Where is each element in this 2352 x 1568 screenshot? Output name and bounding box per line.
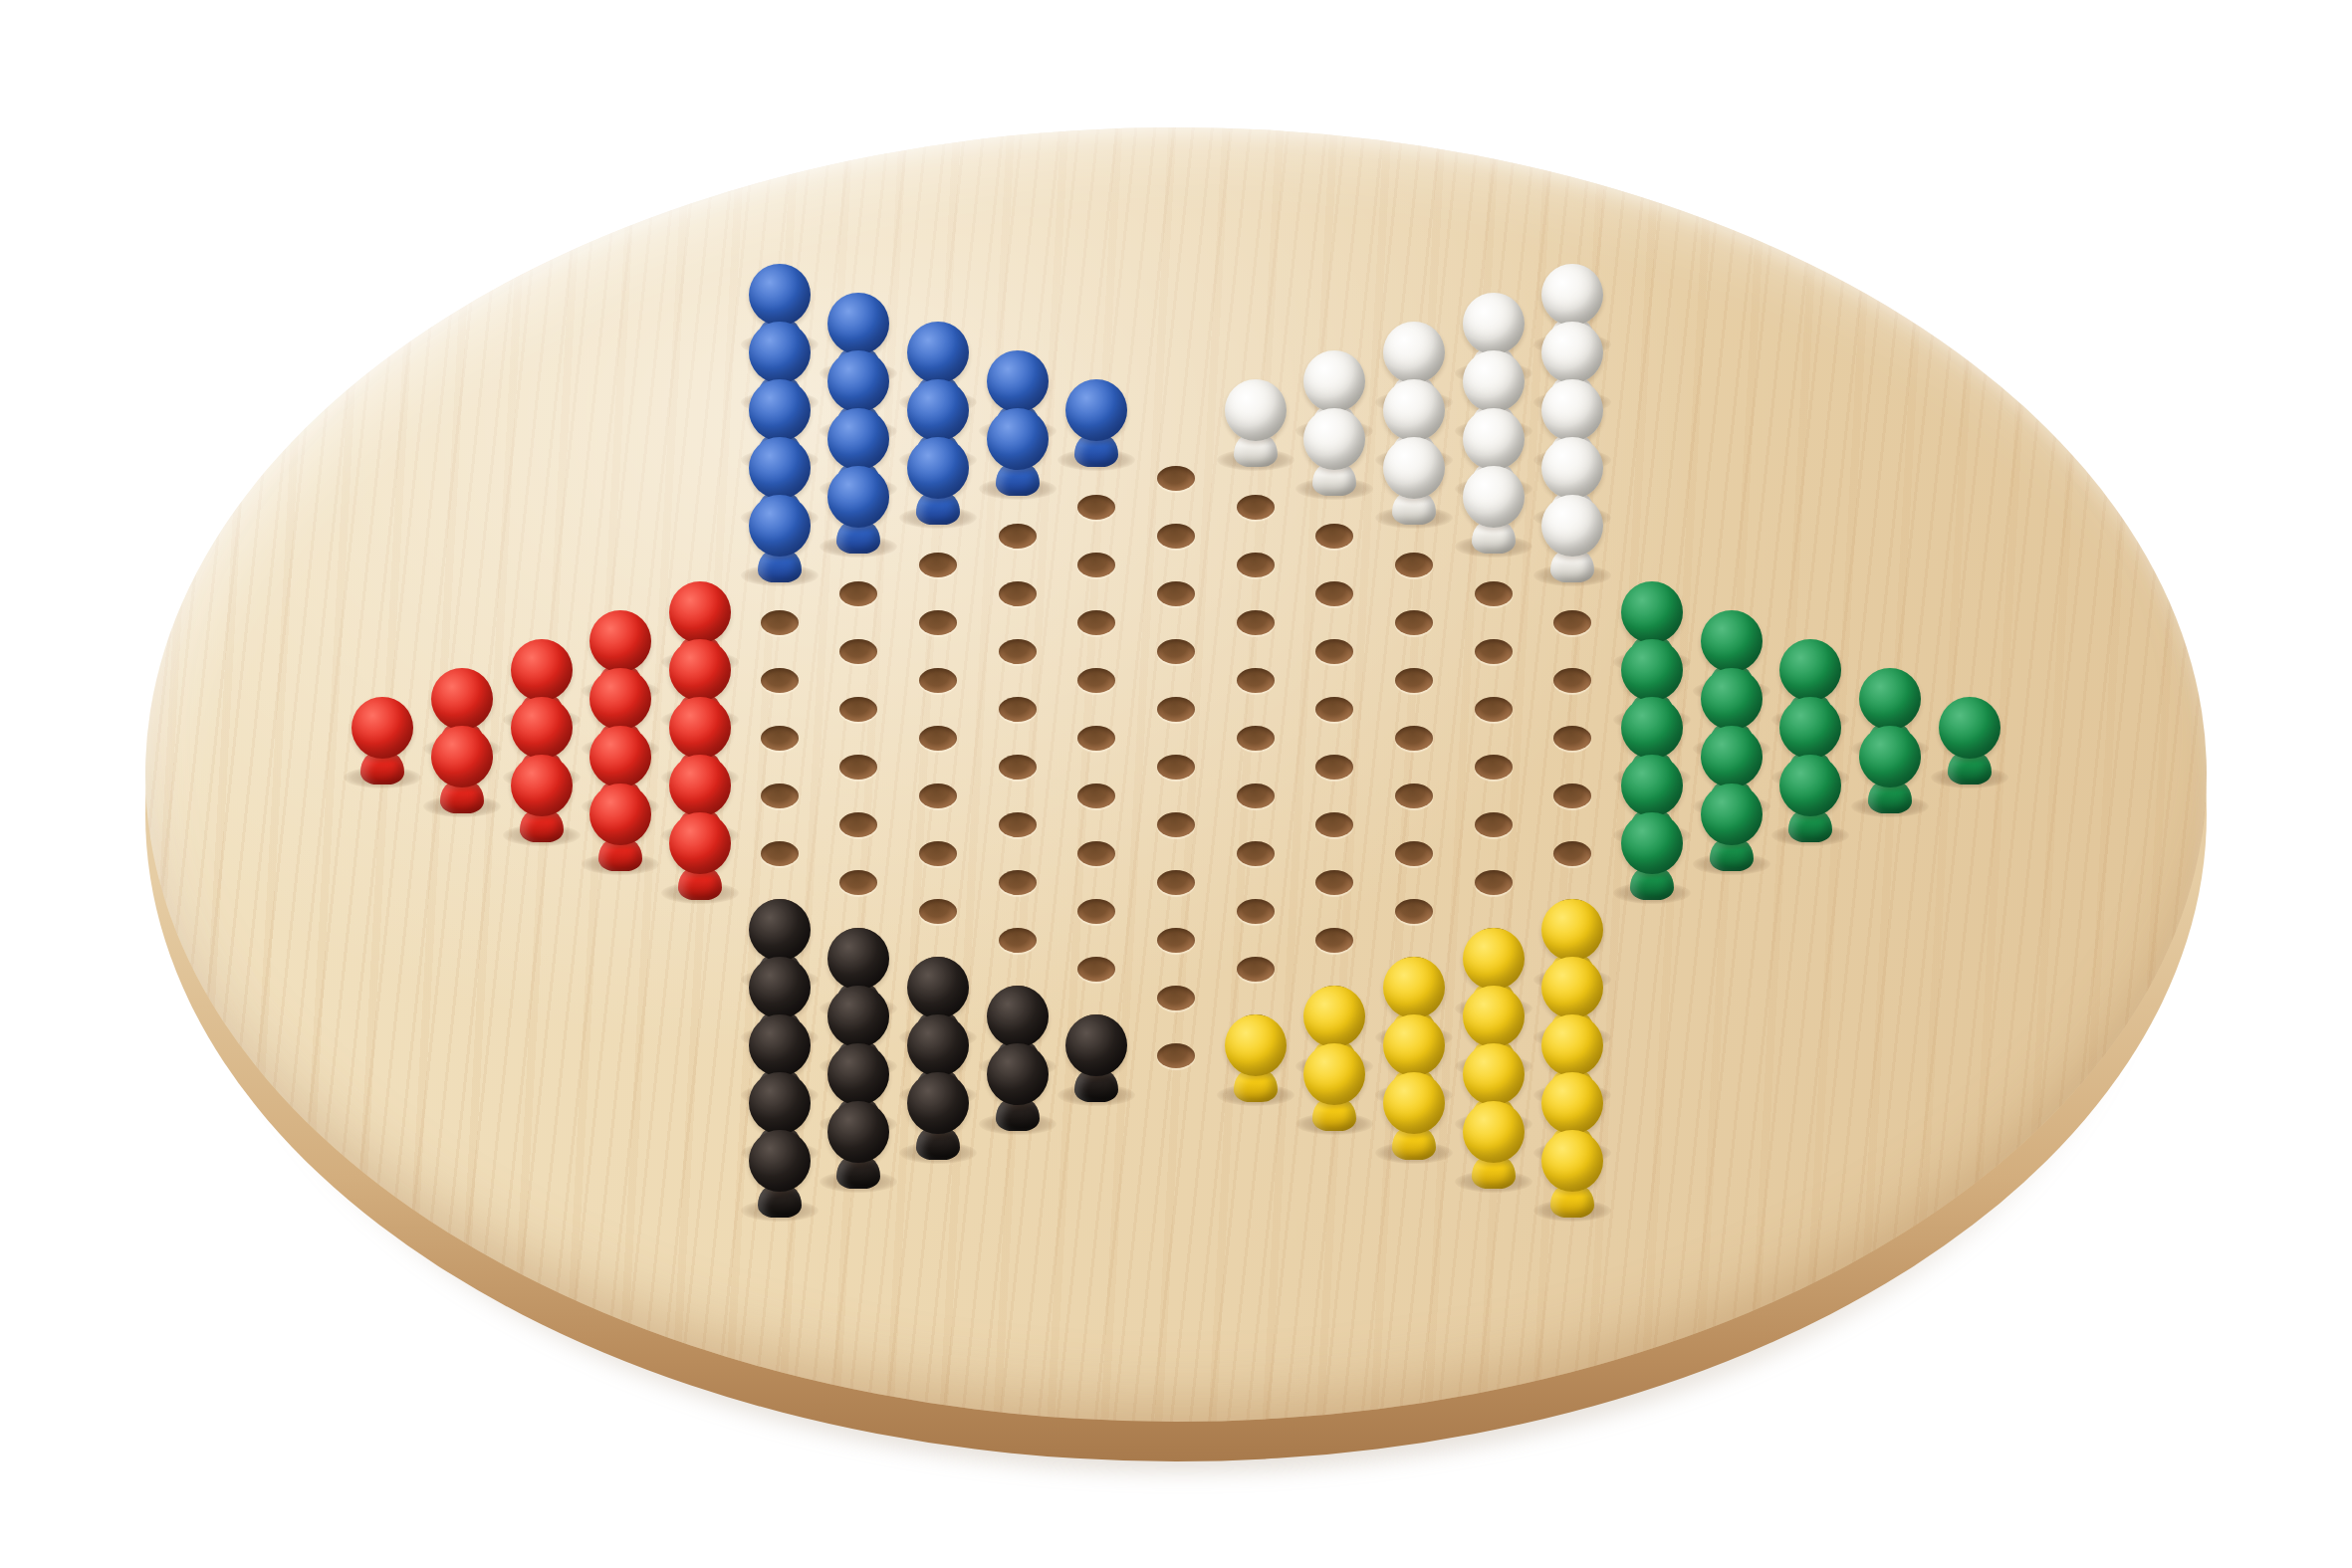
peg-black[interactable]: [1063, 981, 1129, 1104]
hole[interactable]: [1157, 928, 1195, 953]
peg-white[interactable]: [1381, 403, 1447, 527]
peg-yellow[interactable]: [1461, 1067, 1527, 1191]
peg-black[interactable]: [905, 1038, 971, 1162]
hole[interactable]: [1157, 755, 1195, 780]
hole[interactable]: [999, 524, 1037, 549]
peg-ball: [987, 408, 1049, 470]
peg-white[interactable]: [1539, 461, 1605, 584]
hole[interactable]: [1395, 841, 1433, 866]
hole[interactable]: [1237, 841, 1275, 866]
hole[interactable]: [1315, 870, 1353, 895]
peg-ball: [589, 784, 651, 845]
hole[interactable]: [919, 668, 957, 693]
peg-ball: [352, 697, 413, 759]
hole[interactable]: [1157, 812, 1195, 837]
peg-ball: [511, 755, 573, 816]
hole[interactable]: [1553, 841, 1591, 866]
hole[interactable]: [1157, 639, 1195, 664]
hole[interactable]: [1475, 812, 1513, 837]
peg-ball: [1621, 812, 1683, 874]
peg-ball: [907, 437, 969, 499]
hole[interactable]: [1395, 784, 1433, 808]
peg-ball: [1859, 726, 1921, 787]
hole[interactable]: [999, 639, 1037, 664]
hole[interactable]: [1475, 581, 1513, 606]
peg-ball: [827, 1101, 889, 1163]
peg-ball: [1303, 408, 1365, 470]
hole[interactable]: [1157, 1043, 1195, 1068]
hole[interactable]: [1237, 784, 1275, 808]
hole[interactable]: [761, 668, 799, 693]
peg-ball: [907, 1072, 969, 1134]
peg-green[interactable]: [1937, 663, 2002, 786]
peg-green[interactable]: [1857, 692, 1923, 815]
hole[interactable]: [999, 697, 1037, 722]
hole[interactable]: [1395, 668, 1433, 693]
peg-ball: [431, 726, 493, 787]
hole[interactable]: [919, 553, 957, 577]
hole[interactable]: [1475, 639, 1513, 664]
peg-ball: [1463, 1101, 1525, 1163]
peg-red[interactable]: [429, 692, 495, 815]
peg-white[interactable]: [1461, 432, 1527, 556]
hole[interactable]: [1157, 581, 1195, 606]
hole[interactable]: [1237, 495, 1275, 520]
hole[interactable]: [919, 610, 957, 635]
peg-black[interactable]: [825, 1067, 891, 1191]
hole[interactable]: [761, 726, 799, 751]
hole[interactable]: [839, 870, 877, 895]
hole[interactable]: [919, 726, 957, 751]
hole[interactable]: [999, 581, 1037, 606]
hole[interactable]: [1237, 668, 1275, 693]
photo-background: [0, 0, 2352, 1568]
peg-blue[interactable]: [985, 374, 1051, 498]
hole[interactable]: [1395, 610, 1433, 635]
peg-yellow[interactable]: [1539, 1096, 1605, 1220]
peg-red[interactable]: [350, 663, 415, 786]
peg-yellow[interactable]: [1301, 1009, 1367, 1133]
peg-ball: [1303, 1043, 1365, 1105]
peg-ball: [669, 812, 731, 874]
hole[interactable]: [999, 812, 1037, 837]
peg-green[interactable]: [1699, 750, 1764, 873]
hole[interactable]: [919, 784, 957, 808]
hole[interactable]: [1237, 899, 1275, 924]
hole[interactable]: [1077, 899, 1115, 924]
peg-ball: [1463, 466, 1525, 528]
hole[interactable]: [1077, 784, 1115, 808]
peg-ball: [1939, 697, 2000, 759]
peg-yellow[interactable]: [1223, 981, 1289, 1104]
hole[interactable]: [761, 841, 799, 866]
hole[interactable]: [1157, 870, 1195, 895]
peg-ball: [1065, 1014, 1127, 1076]
peg-green[interactable]: [1777, 721, 1843, 844]
peg-ball: [1225, 1014, 1287, 1076]
hole[interactable]: [1475, 870, 1513, 895]
peg-ball: [987, 1043, 1049, 1105]
peg-ball: [1779, 755, 1841, 816]
hole[interactable]: [1395, 899, 1433, 924]
hole[interactable]: [1237, 957, 1275, 982]
peg-yellow[interactable]: [1381, 1038, 1447, 1162]
peg-ball: [1225, 379, 1287, 441]
hole[interactable]: [919, 899, 957, 924]
peg-white[interactable]: [1301, 374, 1367, 498]
peg-blue[interactable]: [747, 461, 813, 584]
hole[interactable]: [1315, 928, 1353, 953]
hole[interactable]: [761, 784, 799, 808]
peg-ball: [827, 466, 889, 528]
peg-ball: [749, 495, 811, 557]
hole[interactable]: [1157, 986, 1195, 1010]
peg-blue[interactable]: [825, 432, 891, 556]
hole[interactable]: [1077, 841, 1115, 866]
peg-ball: [1541, 495, 1603, 557]
peg-black[interactable]: [747, 1096, 813, 1220]
peg-ball: [749, 1130, 811, 1192]
hole[interactable]: [1237, 553, 1275, 577]
hole[interactable]: [1157, 524, 1195, 549]
peg-blue[interactable]: [905, 403, 971, 527]
hole[interactable]: [1237, 610, 1275, 635]
hole[interactable]: [839, 812, 877, 837]
peg-red[interactable]: [667, 779, 733, 902]
hole[interactable]: [1475, 755, 1513, 780]
peg-white[interactable]: [1223, 345, 1289, 469]
hole[interactable]: [999, 928, 1037, 953]
peg-ball: [1383, 1072, 1445, 1134]
peg-ball: [1065, 379, 1127, 441]
peg-ball: [1701, 784, 1763, 845]
hole[interactable]: [1077, 957, 1115, 982]
hole[interactable]: [1237, 726, 1275, 751]
hole[interactable]: [1395, 726, 1433, 751]
hole[interactable]: [919, 841, 957, 866]
peg-red[interactable]: [509, 721, 575, 844]
hole[interactable]: [999, 755, 1037, 780]
peg-ball: [1383, 437, 1445, 499]
peg-black[interactable]: [985, 1009, 1051, 1133]
hole[interactable]: [1395, 553, 1433, 577]
peg-ball: [1541, 1130, 1603, 1192]
peg-green[interactable]: [1619, 779, 1685, 902]
peg-blue[interactable]: [1063, 345, 1129, 469]
peg-red[interactable]: [588, 750, 653, 873]
hole[interactable]: [1157, 697, 1195, 722]
hole[interactable]: [1475, 697, 1513, 722]
hole[interactable]: [999, 870, 1037, 895]
hole[interactable]: [761, 610, 799, 635]
